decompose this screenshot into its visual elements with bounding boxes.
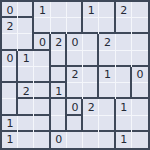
cell-r8-c8[interactable] [132,132,148,148]
clue-number: 2 [104,37,111,48]
cell-r6-c2[interactable] [34,99,50,115]
cell-r2-c8[interactable] [132,34,148,50]
clue-number: 2 [23,86,30,97]
cell-r8-c6[interactable] [99,132,115,148]
cell-r6-c3[interactable] [51,99,67,115]
clue-number: 1 [7,134,14,145]
cell-r8-c2[interactable] [34,132,50,148]
cell-r7-c2[interactable] [34,116,50,132]
cell-r5-c4[interactable] [67,83,83,99]
cell-r2-c1[interactable] [18,34,34,50]
cell-r1-c6[interactable] [99,18,115,34]
cell-r4-c4[interactable]: 2 [67,67,83,83]
cell-r6-c1[interactable] [18,99,34,115]
cell-r1-c7[interactable] [116,18,132,34]
cell-r5-c6[interactable] [99,83,115,99]
cell-r5-c7[interactable] [116,83,132,99]
clue-number: 2 [7,21,14,32]
cell-r0-c8[interactable] [132,2,148,18]
cell-r4-c7[interactable] [116,67,132,83]
clue-number: 0 [71,37,78,48]
clue-number: 2 [88,102,95,113]
cell-r0-c6[interactable] [99,2,115,18]
cell-r5-c5[interactable] [83,83,99,99]
cell-r3-c1[interactable]: 1 [18,51,34,67]
clue-number: 2 [71,69,78,80]
cell-r4-c2[interactable] [34,67,50,83]
cell-r4-c0[interactable] [2,67,18,83]
cell-r6-c8[interactable] [132,99,148,115]
cell-r2-c7[interactable] [116,34,132,50]
cell-r1-c1[interactable] [18,18,34,34]
cell-r7-c3[interactable] [51,116,67,132]
cell-r0-c5[interactable]: 1 [83,2,99,18]
cell-r5-c3[interactable]: 1 [51,83,67,99]
cell-r5-c2[interactable] [34,83,50,99]
clue-number: 1 [120,134,127,145]
cell-r1-c4[interactable] [67,18,83,34]
cell-r2-c5[interactable] [83,34,99,50]
clue-number: 0 [7,5,14,16]
cell-r8-c0[interactable]: 1 [2,132,18,148]
cell-r2-c0[interactable] [2,34,18,50]
clue-number: 0 [71,102,78,113]
cell-r0-c3[interactable] [51,2,67,18]
cell-r5-c1[interactable]: 2 [18,83,34,99]
cell-r2-c2[interactable]: 0 [34,34,50,50]
cell-r7-c6[interactable] [99,116,115,132]
clue-number: 0 [39,37,46,48]
cell-r3-c7[interactable] [116,51,132,67]
cell-r3-c8[interactable] [132,51,148,67]
cell-r6-c5[interactable]: 2 [83,99,99,115]
clue-number: 1 [23,53,30,64]
cell-r7-c4[interactable] [67,116,83,132]
cell-r1-c3[interactable] [51,18,67,34]
heyawake-board: 01122020201210210211101 [0,0,150,150]
cell-r6-c6[interactable] [99,99,115,115]
cell-r4-c1[interactable] [18,67,34,83]
cell-r1-c8[interactable] [132,18,148,34]
cell-r3-c4[interactable] [67,51,83,67]
cell-r5-c8[interactable] [132,83,148,99]
cell-r4-c8[interactable]: 0 [132,67,148,83]
clue-number: 0 [7,53,14,64]
cell-r4-c3[interactable] [51,67,67,83]
cell-r0-c4[interactable] [67,2,83,18]
cell-r8-c4[interactable] [67,132,83,148]
cell-r1-c5[interactable] [83,18,99,34]
clue-number: 2 [55,37,62,48]
cell-r3-c3[interactable] [51,51,67,67]
clue-number: 1 [88,5,95,16]
cell-r8-c1[interactable] [18,132,34,148]
cell-r8-c7[interactable]: 1 [116,132,132,148]
cell-r2-c6[interactable]: 2 [99,34,115,50]
cell-r3-c2[interactable] [34,51,50,67]
cell-r0-c1[interactable] [18,2,34,18]
clue-number: 1 [104,69,111,80]
cell-r1-c2[interactable] [34,18,50,34]
cell-r6-c7[interactable]: 1 [116,99,132,115]
cell-r3-c6[interactable] [99,51,115,67]
clue-number: 1 [120,102,127,113]
cell-r5-c0[interactable] [2,83,18,99]
cell-r4-c6[interactable]: 1 [99,67,115,83]
cell-r4-c5[interactable] [83,67,99,83]
clue-number: 2 [120,5,127,16]
clue-number: 1 [39,5,46,16]
cell-r8-c5[interactable] [83,132,99,148]
cell-r6-c0[interactable] [2,99,18,115]
cell-r7-c8[interactable] [132,116,148,132]
cell-r0-c0[interactable]: 0 [2,2,18,18]
cell-r3-c5[interactable] [83,51,99,67]
cell-r7-c0[interactable]: 1 [2,116,18,132]
cell-r1-c0[interactable]: 2 [2,18,18,34]
cell-r7-c5[interactable] [83,116,99,132]
cell-r2-c4[interactable]: 0 [67,34,83,50]
clue-number: 1 [7,118,14,129]
clue-number: 1 [55,86,62,97]
cell-r7-c7[interactable] [116,116,132,132]
cell-r2-c3[interactable]: 2 [51,34,67,50]
clue-number: 0 [55,134,62,145]
cell-r8-c3[interactable]: 0 [51,132,67,148]
cell-r3-c0[interactable]: 0 [2,51,18,67]
cell-r0-c2[interactable]: 1 [34,2,50,18]
cell-r7-c1[interactable] [18,116,34,132]
clue-number: 0 [136,69,143,80]
cell-r0-c7[interactable]: 2 [116,2,132,18]
cell-r6-c4[interactable]: 0 [67,99,83,115]
